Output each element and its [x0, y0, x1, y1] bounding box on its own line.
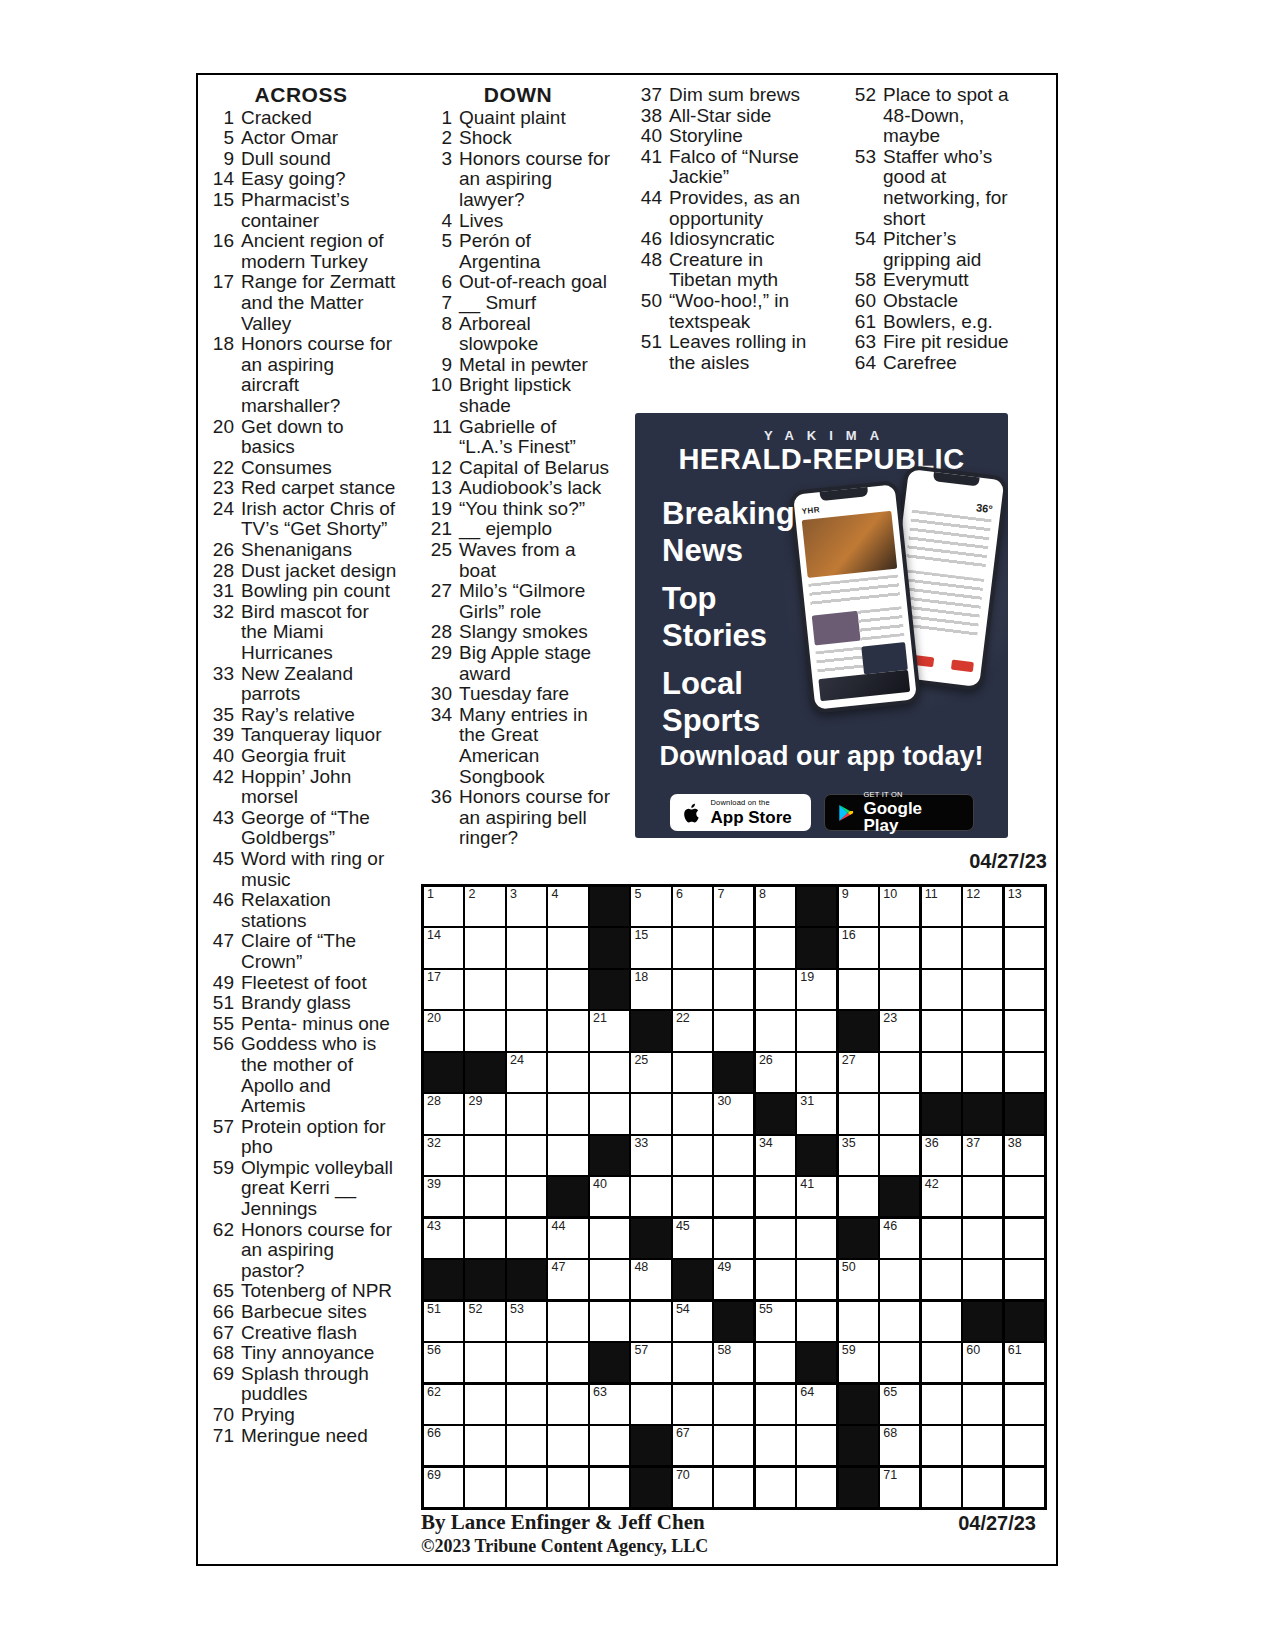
- cell-r5c4[interactable]: [548, 1053, 587, 1092]
- cell-r13c12[interactable]: 65: [880, 1385, 919, 1424]
- cell-r10c14[interactable]: [963, 1260, 1002, 1299]
- cell-r4c5[interactable]: 21: [590, 1011, 629, 1050]
- cell-r12c1[interactable]: 56: [424, 1343, 463, 1382]
- cell-r15c13[interactable]: [922, 1468, 961, 1507]
- cell-r14c8[interactable]: [714, 1426, 753, 1465]
- cell-r2c3[interactable]: [507, 928, 546, 967]
- cell-r1c4[interactable]: 4: [548, 887, 587, 926]
- clue-number: 58: [847, 270, 883, 291]
- cell-r11c8: [714, 1302, 753, 1341]
- cell-r5c11[interactable]: 27: [839, 1053, 878, 1092]
- cell-r11c5[interactable]: [590, 1302, 629, 1341]
- cell-r8c11[interactable]: [839, 1177, 878, 1216]
- clue-number: 51: [205, 993, 241, 1014]
- cell-number: 9: [842, 887, 849, 902]
- cell-r9c4[interactable]: 44: [548, 1219, 587, 1258]
- cell-r9c7[interactable]: 45: [673, 1219, 712, 1258]
- cell-r12c6[interactable]: 57: [631, 1343, 670, 1382]
- clue-text: Out-of-reach goal: [459, 271, 607, 292]
- cell-r11c1[interactable]: 51: [424, 1302, 463, 1341]
- cell-r2c2[interactable]: [465, 928, 504, 967]
- cell-r4c3[interactable]: [507, 1011, 546, 1050]
- cell-r4c1[interactable]: 20: [424, 1011, 463, 1050]
- cell-r8c14[interactable]: [963, 1177, 1002, 1216]
- clue-49: 49Fleetest of foot: [205, 973, 397, 994]
- cell-r8c5[interactable]: 40: [590, 1177, 629, 1216]
- cell-r6c10[interactable]: 31: [797, 1094, 836, 1133]
- cell-r13c6[interactable]: [631, 1385, 670, 1424]
- cell-r6c8[interactable]: 30: [714, 1094, 753, 1133]
- clue-35: 35Ray’s relative: [205, 705, 397, 726]
- cell-r1c8[interactable]: 7: [714, 887, 753, 926]
- cell-r12c14[interactable]: 60: [963, 1343, 1002, 1382]
- cell-r14c15[interactable]: [1005, 1426, 1044, 1465]
- cell-r8c8[interactable]: [714, 1177, 753, 1216]
- cell-number: 15: [634, 928, 648, 943]
- cell-r4c8[interactable]: [714, 1011, 753, 1050]
- clue-9: 9Metal in pewter: [423, 355, 613, 376]
- cell-r14c2[interactable]: [465, 1426, 504, 1465]
- cell-r10c15[interactable]: [1005, 1260, 1044, 1299]
- cell-r13c9[interactable]: [756, 1385, 795, 1424]
- cell-r7c3[interactable]: [507, 1136, 546, 1175]
- clue-text: Creative flash: [241, 1322, 357, 1343]
- down-clue-column-1: DOWN 1Quaint plaint2Shock3Honors course …: [423, 85, 613, 849]
- cell-r4c14[interactable]: [963, 1011, 1002, 1050]
- cell-r9c8[interactable]: [714, 1219, 753, 1258]
- phone-temperature: 36°: [975, 501, 993, 515]
- cell-r6c3[interactable]: [507, 1094, 546, 1133]
- cell-r3c8[interactable]: [714, 970, 753, 1009]
- google-play-badge-label: Google Play: [864, 800, 962, 834]
- clue-5: 5Actor Omar: [205, 128, 397, 149]
- cell-r1c11[interactable]: 9: [839, 887, 878, 926]
- cell-r9c3[interactable]: [507, 1219, 546, 1258]
- cell-r7c9[interactable]: 34: [756, 1136, 795, 1175]
- clue-46: 46Idiosyncratic: [633, 229, 815, 250]
- cell-r3c1[interactable]: 17: [424, 970, 463, 1009]
- cell-r7c4[interactable]: [548, 1136, 587, 1175]
- cell-r8c7[interactable]: [673, 1177, 712, 1216]
- cell-r15c14[interactable]: [963, 1468, 1002, 1507]
- cell-r6c1[interactable]: 28: [424, 1094, 463, 1133]
- cell-number: 12: [966, 887, 980, 902]
- cell-r11c4[interactable]: [548, 1302, 587, 1341]
- cell-r3c10[interactable]: 19: [797, 970, 836, 1009]
- clue-text: Honors course for an aspiring aircraft m…: [241, 333, 392, 416]
- cell-r13c1[interactable]: 62: [424, 1385, 463, 1424]
- cell-r7c11[interactable]: 35: [839, 1136, 878, 1175]
- cell-r11c3[interactable]: 53: [507, 1302, 546, 1341]
- phone-app-label: YHR: [801, 505, 820, 516]
- clue-number: 11: [423, 417, 459, 438]
- cell-number: 3: [510, 887, 517, 902]
- cell-r1c1[interactable]: 1: [424, 887, 463, 926]
- clue-text: Slangy smokes: [459, 621, 588, 642]
- cell-r12c13[interactable]: [922, 1343, 961, 1382]
- cell-r7c6[interactable]: 33: [631, 1136, 670, 1175]
- cell-r12c8[interactable]: 58: [714, 1343, 753, 1382]
- cell-r4c2[interactable]: [465, 1011, 504, 1050]
- cell-r9c10[interactable]: [797, 1219, 836, 1258]
- cell-r9c2[interactable]: [465, 1219, 504, 1258]
- cell-r4c15[interactable]: [1005, 1011, 1044, 1050]
- cell-r10c5[interactable]: [590, 1260, 629, 1299]
- clue-text: Totenberg of NPR: [241, 1280, 392, 1301]
- cell-r3c14[interactable]: [963, 970, 1002, 1009]
- cell-r13c8[interactable]: [714, 1385, 753, 1424]
- clue-48: 48Creature in Tibetan myth: [633, 250, 815, 291]
- cell-r5c6[interactable]: 25: [631, 1053, 670, 1092]
- cell-r13c7[interactable]: [673, 1385, 712, 1424]
- cell-number: 25: [634, 1053, 648, 1068]
- cell-r2c6[interactable]: 15: [631, 928, 670, 967]
- cell-r11c10[interactable]: [797, 1302, 836, 1341]
- cell-r1c15[interactable]: 13: [1005, 887, 1044, 926]
- cell-number: 23: [883, 1011, 897, 1026]
- clue-number: 68: [205, 1343, 241, 1364]
- cell-r5c5[interactable]: [590, 1053, 629, 1092]
- cell-r5c10[interactable]: [797, 1053, 836, 1092]
- cell-r9c5[interactable]: [590, 1219, 629, 1258]
- clue-11: 11Gabrielle of “L.A.’s Finest”: [423, 417, 613, 458]
- cell-r2c14[interactable]: [963, 928, 1002, 967]
- puzzle-date-top: 04/27/23: [969, 850, 1047, 873]
- cell-r3c4[interactable]: [548, 970, 587, 1009]
- clue-5: 5Perón of Argentina: [423, 231, 613, 272]
- clue-number: 48: [633, 250, 669, 271]
- cell-r1c9[interactable]: 8: [756, 887, 795, 926]
- cell-r11c2[interactable]: 52: [465, 1302, 504, 1341]
- cell-r11c13[interactable]: [922, 1302, 961, 1341]
- cell-r1c7[interactable]: 6: [673, 887, 712, 926]
- clue-text: __ ejemplo: [459, 518, 552, 539]
- clue-text: Honors course for an aspiring bell ringe…: [459, 786, 610, 848]
- cell-r3c15[interactable]: [1005, 970, 1044, 1009]
- clue-27: 27Milo’s “Gilmore Girls” role: [423, 581, 613, 622]
- clue-36: 36Honors course for an aspiring bell rin…: [423, 787, 613, 849]
- cell-r14c9[interactable]: [756, 1426, 795, 1465]
- cell-r4c7[interactable]: 22: [673, 1011, 712, 1050]
- cell-number: 44: [551, 1219, 565, 1234]
- cell-r10c13[interactable]: [922, 1260, 961, 1299]
- clue-number: 15: [205, 190, 241, 211]
- cell-r10c2: [465, 1260, 504, 1299]
- cell-r8c13[interactable]: 42: [922, 1177, 961, 1216]
- cell-r6c7[interactable]: [673, 1094, 712, 1133]
- clue-text: Consumes: [241, 457, 332, 478]
- phone-text-lines: [815, 647, 863, 674]
- cell-r15c9[interactable]: [756, 1468, 795, 1507]
- clue-number: 49: [205, 973, 241, 994]
- clue-number: 34: [423, 705, 459, 726]
- cell-r7c15[interactable]: 38: [1005, 1136, 1044, 1175]
- cell-r4c13[interactable]: [922, 1011, 961, 1050]
- cell-r13c2[interactable]: [465, 1385, 504, 1424]
- cell-r15c15[interactable]: [1005, 1468, 1044, 1507]
- cell-r3c7[interactable]: [673, 970, 712, 1009]
- clue-text: Bowling pin count: [241, 580, 390, 601]
- cell-number: 50: [842, 1260, 856, 1275]
- clue-text: Pharmacist’s container: [241, 189, 349, 231]
- clue-text: Milo’s “Gilmore Girls” role: [459, 580, 585, 622]
- cell-r5c1: [424, 1053, 463, 1092]
- cell-r8c9[interactable]: [756, 1177, 795, 1216]
- cell-r13c5[interactable]: 63: [590, 1385, 629, 1424]
- cell-r12c4[interactable]: [548, 1343, 587, 1382]
- cell-r14c1[interactable]: 66: [424, 1426, 463, 1465]
- cell-r13c14[interactable]: [963, 1385, 1002, 1424]
- clue-number: 63: [847, 332, 883, 353]
- clue-text: Everymutt: [883, 269, 969, 290]
- app-store-badge[interactable]: Download on the App Store: [670, 794, 811, 831]
- clue-text: Leaves rolling in the aisles: [669, 331, 806, 373]
- app-promo-ad: YAKIMA HERALD-REPUBLIC 36° YHR Breaking …: [635, 413, 1008, 838]
- cell-r3c11[interactable]: [839, 970, 878, 1009]
- cell-r13c13[interactable]: [922, 1385, 961, 1424]
- cell-r9c15[interactable]: [1005, 1219, 1044, 1258]
- cell-r2c4[interactable]: [548, 928, 587, 967]
- cell-number: 37: [966, 1136, 980, 1151]
- cell-r2c9[interactable]: [756, 928, 795, 967]
- ad-feature: Top Stories: [662, 580, 795, 654]
- cell-r13c15[interactable]: [1005, 1385, 1044, 1424]
- clue-number: 30: [423, 684, 459, 705]
- clue-29: 29Big Apple stage award: [423, 643, 613, 684]
- cell-r2c7[interactable]: [673, 928, 712, 967]
- cell-r1c3[interactable]: 3: [507, 887, 546, 926]
- clue-text: Arboreal slowpoke: [459, 313, 538, 355]
- clue-number: 14: [205, 169, 241, 190]
- cell-r5c15[interactable]: [1005, 1053, 1044, 1092]
- clue-1: 1Cracked: [205, 108, 397, 129]
- cell-r14c14[interactable]: [963, 1426, 1002, 1465]
- cell-r7c8[interactable]: [714, 1136, 753, 1175]
- cell-r9c13[interactable]: [922, 1219, 961, 1258]
- cell-r6c11[interactable]: [839, 1094, 878, 1133]
- cell-r6c6[interactable]: [631, 1094, 670, 1133]
- cell-r11c14: [963, 1302, 1002, 1341]
- cell-number: 7: [717, 887, 724, 902]
- clue-number: 71: [205, 1426, 241, 1447]
- cell-r6c12[interactable]: [880, 1094, 919, 1133]
- cell-r5c3[interactable]: 24: [507, 1053, 546, 1092]
- cell-r4c12[interactable]: 23: [880, 1011, 919, 1050]
- cell-r4c4[interactable]: [548, 1011, 587, 1050]
- cell-r2c8[interactable]: [714, 928, 753, 967]
- cell-r3c13[interactable]: [922, 970, 961, 1009]
- cell-r4c9[interactable]: [756, 1011, 795, 1050]
- cell-r10c10[interactable]: [797, 1260, 836, 1299]
- cell-number: 61: [1008, 1343, 1022, 1358]
- cell-r14c13[interactable]: [922, 1426, 961, 1465]
- clue-71: 71Meringue need: [205, 1426, 397, 1447]
- cell-r3c9[interactable]: [756, 970, 795, 1009]
- google-play-badge[interactable]: GET IT ON Google Play: [824, 794, 974, 831]
- cell-r14c5[interactable]: [590, 1426, 629, 1465]
- cell-r3c6[interactable]: 18: [631, 970, 670, 1009]
- cell-r2c15[interactable]: [1005, 928, 1044, 967]
- cell-r12c9[interactable]: [756, 1343, 795, 1382]
- cell-r4c10[interactable]: [797, 1011, 836, 1050]
- clue-number: 69: [205, 1364, 241, 1385]
- cell-r15c5[interactable]: [590, 1468, 629, 1507]
- cell-r1c13[interactable]: 11: [922, 887, 961, 926]
- cell-r5c9[interactable]: 26: [756, 1053, 795, 1092]
- cell-r8c6[interactable]: [631, 1177, 670, 1216]
- cell-r15c3[interactable]: [507, 1468, 546, 1507]
- cell-r5c13[interactable]: [922, 1053, 961, 1092]
- cell-r8c15[interactable]: [1005, 1177, 1044, 1216]
- cell-r8c3[interactable]: [507, 1177, 546, 1216]
- cell-r9c1[interactable]: 43: [424, 1219, 463, 1258]
- cell-r12c7[interactable]: [673, 1343, 712, 1382]
- cell-r15c10[interactable]: [797, 1468, 836, 1507]
- cell-r12c15[interactable]: 61: [1005, 1343, 1044, 1382]
- down-clue-list-2: 37Dim sum brews38All-Star side40Storylin…: [633, 85, 815, 373]
- cell-r2c1[interactable]: 14: [424, 928, 463, 967]
- cell-r13c10[interactable]: 64: [797, 1385, 836, 1424]
- cell-r7c12[interactable]: [880, 1136, 919, 1175]
- clue-46: 46Relaxation stations: [205, 890, 397, 931]
- clue-28: 28Dust jacket design: [205, 561, 397, 582]
- cell-r7c14[interactable]: 37: [963, 1136, 1002, 1175]
- cell-r10c4[interactable]: 47: [548, 1260, 587, 1299]
- cell-r1c2[interactable]: 2: [465, 887, 504, 926]
- cell-r14c3[interactable]: [507, 1426, 546, 1465]
- cell-r13c3[interactable]: [507, 1385, 546, 1424]
- cell-r7c7[interactable]: [673, 1136, 712, 1175]
- cell-r11c11[interactable]: [839, 1302, 878, 1341]
- cell-r6c13: [922, 1094, 961, 1133]
- cell-number: 42: [925, 1177, 939, 1192]
- clue-number: 51: [633, 332, 669, 353]
- clue-number: 8: [423, 314, 459, 335]
- cell-r12c12[interactable]: [880, 1343, 919, 1382]
- clue-45: 45Word with ring or music: [205, 849, 397, 890]
- cell-r15c12[interactable]: 71: [880, 1468, 919, 1507]
- cell-r7c2[interactable]: [465, 1136, 504, 1175]
- cell-r5c14[interactable]: [963, 1053, 1002, 1092]
- cell-r3c3[interactable]: [507, 970, 546, 1009]
- clue-number: 12: [423, 458, 459, 479]
- cell-r12c11[interactable]: 59: [839, 1343, 878, 1382]
- cell-number: 11: [925, 887, 938, 902]
- cell-r2c12[interactable]: [880, 928, 919, 967]
- cell-number: 2: [468, 887, 475, 902]
- clue-67: 67Creative flash: [205, 1323, 397, 1344]
- cell-r10c11[interactable]: 50: [839, 1260, 878, 1299]
- ad-feature-list: Breaking NewsTop StoriesLocal Sports: [662, 495, 795, 750]
- across-clue-column: ACROSS 1Cracked5Actor Omar9Dull sound14E…: [205, 85, 397, 1446]
- cell-r14c12[interactable]: 68: [880, 1426, 919, 1465]
- down-clue-column-2: 37Dim sum brews38All-Star side40Storylin…: [633, 85, 815, 373]
- cell-r5c12[interactable]: [880, 1053, 919, 1092]
- cell-r5c7[interactable]: [673, 1053, 712, 1092]
- clue-text: Dim sum brews: [669, 84, 800, 105]
- cell-r12c2[interactable]: [465, 1343, 504, 1382]
- clue-number: 56: [205, 1034, 241, 1055]
- cell-r10c9[interactable]: [756, 1260, 795, 1299]
- cell-r8c10[interactable]: 41: [797, 1177, 836, 1216]
- cell-r1c14[interactable]: 12: [963, 887, 1002, 926]
- cell-r6c4[interactable]: [548, 1094, 587, 1133]
- clue-text: __ Smurf: [459, 292, 536, 313]
- clue-text: Relaxation stations: [241, 889, 331, 931]
- clue-39: 39Tanqueray liquor: [205, 725, 397, 746]
- cell-r3c2[interactable]: [465, 970, 504, 1009]
- cell-r11c6[interactable]: [631, 1302, 670, 1341]
- cell-r1c6[interactable]: 5: [631, 887, 670, 926]
- cell-number: 45: [676, 1219, 690, 1234]
- cell-r11c9[interactable]: 55: [756, 1302, 795, 1341]
- cell-r14c7[interactable]: 67: [673, 1426, 712, 1465]
- clue-number: 31: [205, 581, 241, 602]
- cell-r12c3[interactable]: [507, 1343, 546, 1382]
- cell-r15c8[interactable]: [714, 1468, 753, 1507]
- clue-text: Cracked: [241, 107, 312, 128]
- clue-number: 41: [633, 147, 669, 168]
- cell-r15c2[interactable]: [465, 1468, 504, 1507]
- cell-r9c14[interactable]: [963, 1219, 1002, 1258]
- cell-number: 49: [717, 1260, 731, 1275]
- cell-r15c1[interactable]: 69: [424, 1468, 463, 1507]
- clue-59: 59Olympic volleyball great Kerri __ Jenn…: [205, 1158, 397, 1220]
- cell-r2c13[interactable]: [922, 928, 961, 967]
- clue-text: Creature in Tibetan myth: [669, 249, 778, 291]
- cell-r14c10[interactable]: [797, 1426, 836, 1465]
- cell-r10c8[interactable]: 49: [714, 1260, 753, 1299]
- cell-r7c1[interactable]: 32: [424, 1136, 463, 1175]
- cell-r6c2[interactable]: 29: [465, 1094, 504, 1133]
- cell-r11c12[interactable]: [880, 1302, 919, 1341]
- clue-number: 29: [423, 643, 459, 664]
- cell-r8c1[interactable]: 39: [424, 1177, 463, 1216]
- cell-r13c4[interactable]: [548, 1385, 587, 1424]
- cell-r11c7[interactable]: 54: [673, 1302, 712, 1341]
- clue-text: Perón of Argentina: [459, 230, 540, 272]
- cell-r9c12[interactable]: 46: [880, 1219, 919, 1258]
- cell-r15c7[interactable]: 70: [673, 1468, 712, 1507]
- clue-text: Georgia fruit: [241, 745, 346, 766]
- clue-text: Place to spot a 48-Down, maybe: [883, 84, 1009, 146]
- across-clue-list: 1Cracked5Actor Omar9Dull sound14Easy goi…: [205, 108, 397, 1447]
- cell-r6c5[interactable]: [590, 1094, 629, 1133]
- cell-number: 18: [634, 970, 648, 985]
- cell-r14c4[interactable]: [548, 1426, 587, 1465]
- cell-number: 29: [468, 1094, 482, 1109]
- phone-text-lines: [808, 574, 900, 609]
- clue-20: 20Get down to basics: [205, 417, 397, 458]
- cell-r8c2[interactable]: [465, 1177, 504, 1216]
- cell-r9c9[interactable]: [756, 1219, 795, 1258]
- cell-number: 36: [925, 1136, 939, 1151]
- cell-r10c6[interactable]: 48: [631, 1260, 670, 1299]
- clue-text: Pitcher’s gripping aid: [883, 228, 981, 270]
- cell-r7c5: [590, 1136, 629, 1175]
- cell-r3c12[interactable]: [880, 970, 919, 1009]
- cell-number: 19: [800, 970, 814, 985]
- clue-text: Barbecue sites: [241, 1301, 367, 1322]
- cell-r1c12[interactable]: 10: [880, 887, 919, 926]
- cell-r2c11[interactable]: 16: [839, 928, 878, 967]
- cell-r10c12[interactable]: [880, 1260, 919, 1299]
- clue-text: Goddess who is the mother of Apollo and …: [241, 1033, 376, 1116]
- cell-r15c4[interactable]: [548, 1468, 587, 1507]
- cell-r7c13[interactable]: 36: [922, 1136, 961, 1175]
- clue-2: 2Shock: [423, 128, 613, 149]
- clue-text: Ray’s relative: [241, 704, 355, 725]
